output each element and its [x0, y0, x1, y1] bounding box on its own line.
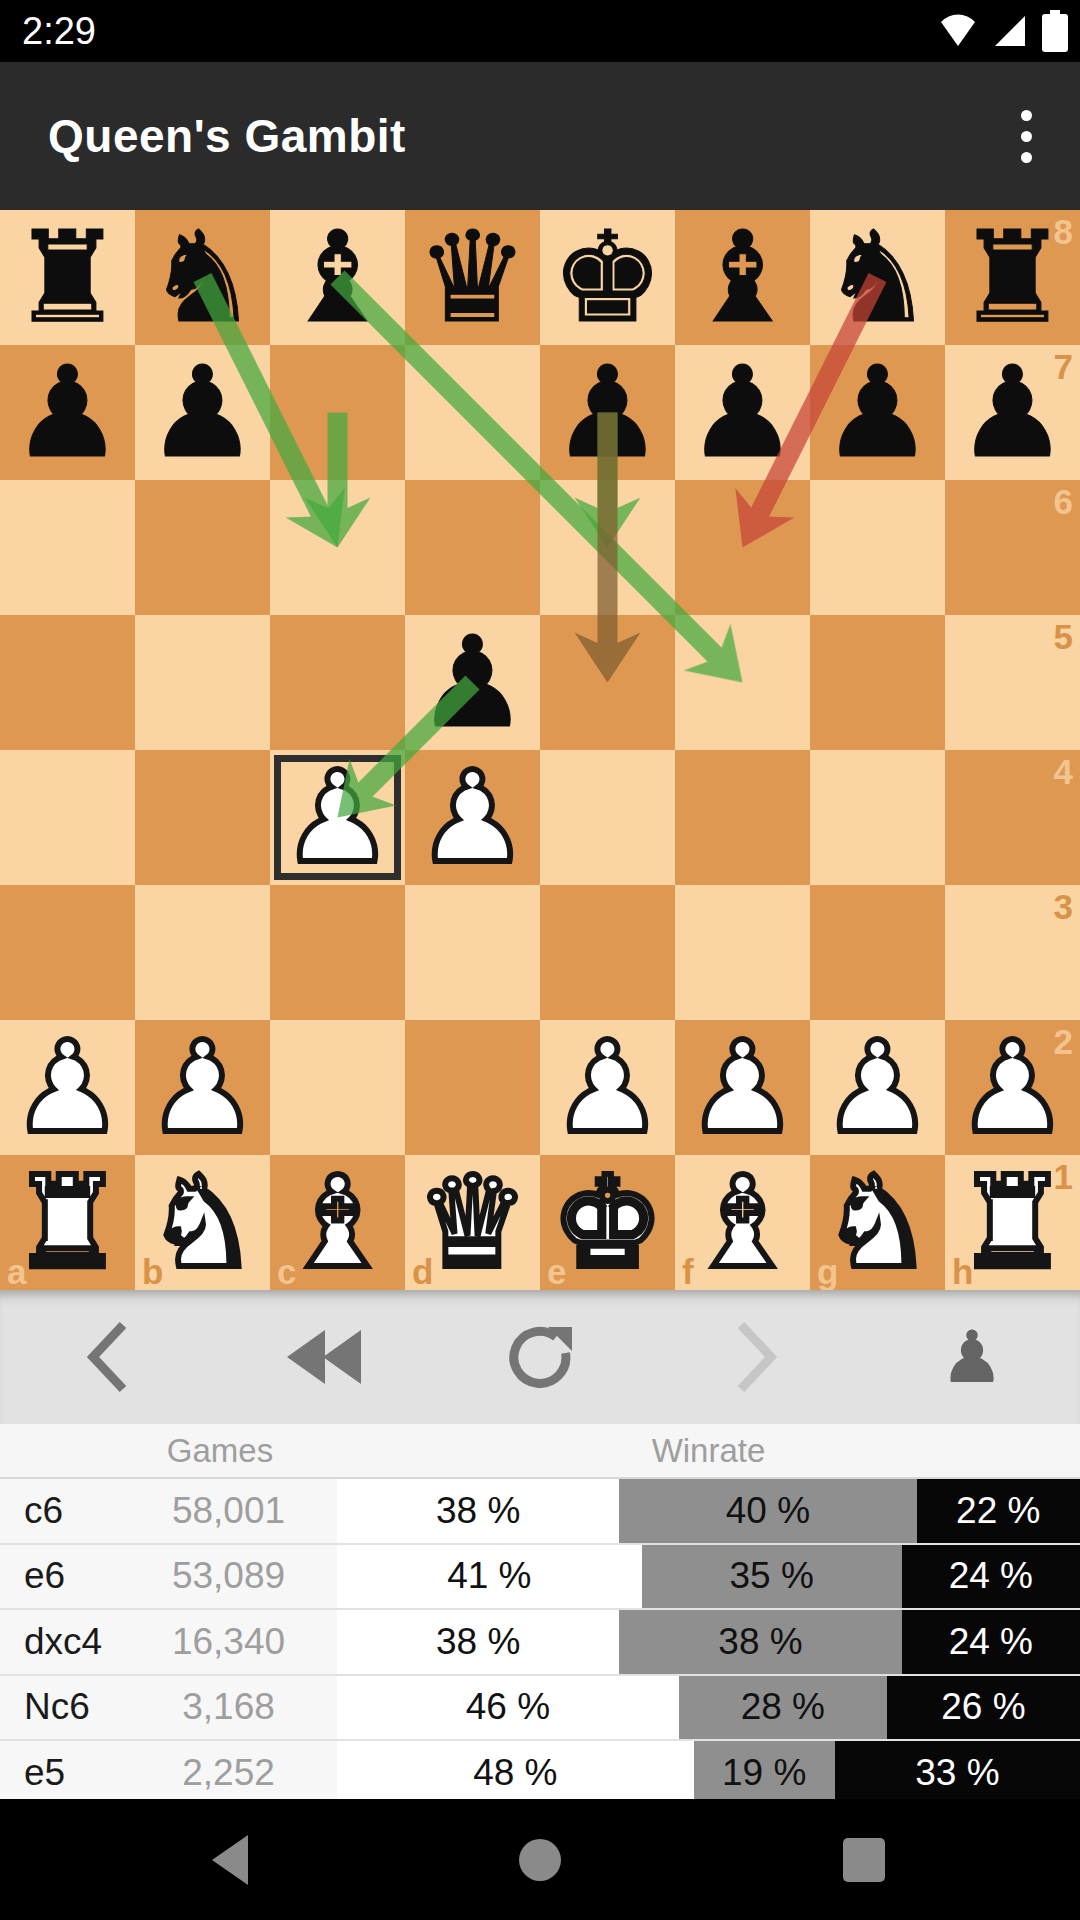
draw-pct: 19 % — [694, 1741, 835, 1799]
move-label[interactable]: e5 — [0, 1741, 120, 1799]
rank-label: 3 — [1054, 889, 1073, 924]
square-c3[interactable] — [270, 885, 405, 1020]
piece-black-bishop-f8[interactable]: ♝ — [675, 210, 810, 345]
move-navigation-bar: ♟ — [0, 1290, 1080, 1426]
piece-black-pawn-b7[interactable]: ♟ — [135, 345, 270, 480]
black-win-pct: 33 % — [835, 1741, 1080, 1799]
piece-black-knight-g8[interactable]: ♞ — [810, 210, 945, 345]
signal-icon — [988, 9, 1032, 53]
piece-black-pawn-h7[interactable]: ♟ — [945, 345, 1080, 480]
rank-label: 6 — [1054, 484, 1073, 519]
back-one-move-button[interactable] — [38, 1297, 178, 1417]
white-win-pct: 38 % — [337, 1610, 619, 1674]
rank-label: 5 — [1054, 619, 1073, 654]
square-d6[interactable] — [405, 480, 540, 615]
piece-white-knight-g1[interactable]: ♞ — [810, 1155, 945, 1290]
app-bar: Queen's Gambit — [0, 62, 1080, 210]
black-win-pct: 22 % — [917, 1479, 1080, 1543]
square-f4[interactable] — [675, 750, 810, 885]
square-f5[interactable] — [675, 615, 810, 750]
winrate-bar: 48 %19 %33 % — [337, 1741, 1080, 1799]
piece-white-king-e1[interactable]: ♚ — [540, 1155, 675, 1290]
white-win-pct: 38 % — [337, 1479, 619, 1543]
piece-white-queen-d1[interactable]: ♛ — [405, 1155, 540, 1290]
square-e3[interactable] — [540, 885, 675, 1020]
games-count: 58,001 — [120, 1479, 337, 1543]
black-win-pct: 26 % — [887, 1676, 1080, 1740]
winrate-bar: 46 %28 %26 % — [337, 1676, 1080, 1740]
piece-white-pawn-e2[interactable]: ♟ — [540, 1020, 675, 1155]
draw-pct: 40 % — [619, 1479, 916, 1543]
piece-black-queen-d8[interactable]: ♛ — [405, 210, 540, 345]
piece-white-rook-a1[interactable]: ♜ — [0, 1155, 135, 1290]
piece-white-pawn-d4[interactable]: ♟ — [405, 750, 540, 885]
square-b5[interactable] — [135, 615, 270, 750]
draw-pct: 35 % — [642, 1545, 902, 1609]
piece-black-knight-b8[interactable]: ♞ — [135, 210, 270, 345]
reset-refresh-button[interactable] — [470, 1297, 610, 1417]
square-d3[interactable] — [405, 885, 540, 1020]
chess-board[interactable]: 8765432abcdefg1h ♜♞♝♛♚♝♞♜♟♟♟♟♟♟♟♟♟♟♟♟♟♟♟… — [0, 210, 1080, 1290]
square-c5[interactable] — [270, 615, 405, 750]
square-f6[interactable] — [675, 480, 810, 615]
piece-black-rook-a8[interactable]: ♜ — [0, 210, 135, 345]
piece-white-pawn-c4[interactable]: ♟ — [270, 750, 405, 885]
square-b3[interactable] — [135, 885, 270, 1020]
square-h4[interactable]: 4 — [945, 750, 1080, 885]
overflow-menu-button[interactable] — [990, 62, 1062, 210]
piece-black-pawn-f7[interactable]: ♟ — [675, 345, 810, 480]
square-e5[interactable] — [540, 615, 675, 750]
piece-black-rook-h8[interactable]: ♜ — [945, 210, 1080, 345]
piece-black-pawn-a7[interactable]: ♟ — [0, 345, 135, 480]
chess-app-screen: 2:29 Queen's Gambit 8765432abcdefg1h ♜♞♝… — [0, 0, 1080, 1920]
square-a4[interactable] — [0, 750, 135, 885]
winrate-bar: 38 %38 %24 % — [337, 1610, 1080, 1674]
piece-white-pawn-g2[interactable]: ♟ — [810, 1020, 945, 1155]
move-row-e6[interactable]: e653,08941 %35 %24 % — [0, 1545, 1080, 1611]
square-a3[interactable] — [0, 885, 135, 1020]
move-label[interactable]: c6 — [0, 1479, 120, 1543]
stats-table-header: Games Winrate — [0, 1424, 1080, 1479]
piece-white-pawn-b2[interactable]: ♟ — [135, 1020, 270, 1155]
square-h3[interactable]: 3 — [945, 885, 1080, 1020]
pawn-icon: ♟ — [940, 1297, 1005, 1417]
black-win-pct: 24 % — [902, 1610, 1080, 1674]
square-c6[interactable] — [270, 480, 405, 615]
square-g4[interactable] — [810, 750, 945, 885]
piece-white-rook-h1[interactable]: ♜ — [945, 1155, 1080, 1290]
games-column-header: Games — [100, 1424, 340, 1477]
square-c7[interactable] — [270, 345, 405, 480]
piece-white-bishop-f1[interactable]: ♝ — [675, 1155, 810, 1290]
draw-pct: 28 % — [679, 1676, 887, 1740]
square-e6[interactable] — [540, 480, 675, 615]
move-row-Nc6[interactable]: Nc63,16846 %28 %26 % — [0, 1676, 1080, 1742]
android-back-button[interactable] — [170, 1799, 290, 1920]
square-d2[interactable] — [405, 1020, 540, 1155]
piece-black-pawn-d5[interactable]: ♟ — [405, 615, 540, 750]
square-a6[interactable] — [0, 480, 135, 615]
square-a5[interactable] — [0, 615, 135, 750]
android-home-button[interactable] — [480, 1799, 600, 1920]
white-win-pct: 46 % — [337, 1676, 679, 1740]
piece-white-pawn-a2[interactable]: ♟ — [0, 1020, 135, 1155]
fast-rewind-icon — [285, 1330, 363, 1384]
battery-icon — [1040, 8, 1070, 54]
page-title: Queen's Gambit — [48, 109, 406, 163]
piece-black-pawn-e7[interactable]: ♟ — [540, 345, 675, 480]
recents-square-icon — [841, 1836, 887, 1884]
piece-black-pawn-g7[interactable]: ♟ — [810, 345, 945, 480]
square-g6[interactable] — [810, 480, 945, 615]
move-label[interactable]: e6 — [0, 1545, 120, 1609]
piece-white-bishop-c1[interactable]: ♝ — [270, 1155, 405, 1290]
square-b4[interactable] — [135, 750, 270, 885]
square-e4[interactable] — [540, 750, 675, 885]
square-h6[interactable]: 6 — [945, 480, 1080, 615]
draw-pct: 38 % — [619, 1610, 901, 1674]
move-label[interactable]: dxc4 — [0, 1610, 120, 1674]
home-circle-icon — [516, 1836, 564, 1884]
flip-board-button[interactable]: ♟ — [902, 1297, 1042, 1417]
status-bar: 2:29 — [0, 0, 1080, 62]
games-count: 2,252 — [120, 1741, 337, 1799]
forward-one-move-button[interactable] — [686, 1297, 826, 1417]
games-count: 3,168 — [120, 1676, 337, 1740]
rank-label: 4 — [1054, 754, 1073, 789]
square-d7[interactable] — [405, 345, 540, 480]
move-label[interactable]: Nc6 — [0, 1676, 120, 1740]
wifi-icon — [936, 9, 980, 53]
rewind-to-start-button[interactable] — [254, 1297, 394, 1417]
piece-white-knight-b1[interactable]: ♞ — [135, 1155, 270, 1290]
move-row-e5[interactable]: e52,25248 %19 %33 % — [0, 1741, 1080, 1799]
refresh-icon — [504, 1321, 576, 1393]
square-g3[interactable] — [810, 885, 945, 1020]
piece-white-pawn-h2[interactable]: ♟ — [945, 1020, 1080, 1155]
games-count: 16,340 — [120, 1610, 337, 1674]
square-h5[interactable]: 5 — [945, 615, 1080, 750]
back-triangle-icon — [210, 1835, 250, 1885]
square-f3[interactable] — [675, 885, 810, 1020]
piece-black-king-e8[interactable]: ♚ — [540, 210, 675, 345]
winrate-bar: 38 %40 %22 % — [337, 1479, 1080, 1543]
winrate-bar: 41 %35 %24 % — [337, 1545, 1080, 1609]
piece-white-pawn-f2[interactable]: ♟ — [675, 1020, 810, 1155]
clock: 2:29 — [0, 10, 96, 53]
black-win-pct: 24 % — [902, 1545, 1080, 1609]
move-row-c6[interactable]: c658,00138 %40 %22 % — [0, 1479, 1080, 1545]
white-win-pct: 48 % — [337, 1741, 694, 1799]
square-c2[interactable] — [270, 1020, 405, 1155]
android-navigation-bar — [0, 1799, 1080, 1920]
square-b6[interactable] — [135, 480, 270, 615]
winrate-column-header: Winrate — [337, 1424, 1080, 1477]
white-win-pct: 41 % — [337, 1545, 642, 1609]
square-g5[interactable] — [810, 615, 945, 750]
games-count: 53,089 — [120, 1545, 337, 1609]
piece-black-bishop-c8[interactable]: ♝ — [270, 210, 405, 345]
move-row-dxc4[interactable]: dxc416,34038 %38 %24 % — [0, 1610, 1080, 1676]
opening-stats-table: Games Winrate c658,00138 %40 %22 %e653,0… — [0, 1424, 1080, 1799]
android-recents-button[interactable] — [804, 1799, 924, 1920]
